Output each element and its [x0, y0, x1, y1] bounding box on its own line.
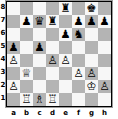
square-g8[interactable]: ♚ — [85, 2, 98, 15]
square-g4[interactable] — [85, 54, 98, 67]
square-f2[interactable] — [72, 80, 85, 93]
file-label-g: g — [85, 109, 98, 117]
square-b3[interactable]: ♕ — [20, 67, 33, 80]
black-pawn-icon[interactable]: ♟ — [73, 15, 83, 28]
black-pawn-icon[interactable]: ♟ — [86, 15, 96, 28]
white-pawn-icon[interactable]: ♙ — [8, 54, 18, 67]
square-c7[interactable]: ♛ — [33, 15, 46, 28]
square-c3[interactable] — [33, 67, 46, 80]
square-h7[interactable]: ♟ — [98, 15, 111, 28]
square-a3[interactable] — [7, 67, 20, 80]
square-f7[interactable]: ♟ — [72, 15, 85, 28]
white-queen-icon[interactable]: ♕ — [21, 67, 31, 80]
square-a1[interactable] — [7, 93, 20, 106]
square-d3[interactable] — [46, 67, 59, 80]
square-h5[interactable] — [98, 41, 111, 54]
file-label-f: f — [72, 109, 85, 117]
square-f4[interactable] — [72, 54, 85, 67]
square-g1[interactable] — [85, 93, 98, 106]
file-label-h: h — [98, 109, 111, 117]
square-e5[interactable] — [59, 41, 72, 54]
square-f8[interactable] — [72, 2, 85, 15]
square-e4[interactable]: ♙ — [59, 54, 72, 67]
square-d7[interactable]: ♜ — [46, 15, 59, 28]
square-c8[interactable] — [33, 2, 46, 15]
square-h2[interactable]: ♙ — [98, 80, 111, 93]
square-f5[interactable] — [72, 41, 85, 54]
file-label-b: b — [20, 109, 33, 117]
square-e3[interactable] — [59, 67, 72, 80]
black-rook-icon[interactable]: ♜ — [47, 15, 57, 28]
file-label-c: c — [33, 109, 46, 117]
square-c6[interactable] — [33, 28, 46, 41]
square-a4[interactable]: ♙ — [7, 54, 20, 67]
square-h6[interactable] — [98, 28, 111, 41]
black-king-icon[interactable]: ♚ — [86, 2, 96, 15]
file-label-e: e — [59, 109, 72, 117]
square-d1[interactable]: ♖ — [46, 93, 59, 106]
square-c2[interactable] — [33, 80, 46, 93]
black-pawn-icon[interactable]: ♟ — [99, 15, 109, 28]
square-g5[interactable] — [85, 41, 98, 54]
square-d6[interactable] — [46, 28, 59, 41]
white-pawn-icon[interactable]: ♙ — [60, 54, 70, 67]
white-pawn-icon[interactable]: ♙ — [73, 67, 83, 80]
square-a8[interactable] — [7, 2, 20, 15]
square-b4[interactable] — [20, 54, 33, 67]
square-a2[interactable]: ♙ — [7, 80, 20, 93]
chess-board: ♜♚♟♛♜♟♟♟♟♞♟♟♙♙♙♕♙♙♙♔♙♖♗♖ — [6, 1, 112, 107]
black-pawn-icon[interactable]: ♟ — [34, 41, 44, 54]
square-f6[interactable]: ♞ — [72, 28, 85, 41]
square-e2[interactable] — [59, 80, 72, 93]
square-b8[interactable] — [20, 2, 33, 15]
white-rook-icon[interactable]: ♖ — [47, 93, 57, 106]
white-bishop-icon[interactable]: ♗ — [34, 93, 44, 106]
square-b6[interactable] — [20, 28, 33, 41]
square-f1[interactable] — [72, 93, 85, 106]
black-knight-icon[interactable]: ♞ — [73, 28, 83, 41]
square-e7[interactable] — [59, 15, 72, 28]
chess-diagram: 87654321 ♜♚♟♛♜♟♟♟♟♞♟♟♙♙♙♕♙♙♙♔♙♖♗♖ abcdef… — [0, 0, 118, 117]
square-a7[interactable] — [7, 15, 20, 28]
square-b1[interactable]: ♖ — [20, 93, 33, 106]
square-e8[interactable]: ♜ — [59, 2, 72, 15]
square-c5[interactable]: ♟ — [33, 41, 46, 54]
white-rook-icon[interactable]: ♖ — [21, 93, 31, 106]
square-a5[interactable]: ♟ — [7, 41, 20, 54]
white-pawn-icon[interactable]: ♙ — [86, 67, 96, 80]
square-h8[interactable] — [98, 2, 111, 15]
square-c1[interactable]: ♗ — [33, 93, 46, 106]
square-a6[interactable] — [7, 28, 20, 41]
file-labels: abcdefgh — [7, 109, 118, 117]
white-pawn-icon[interactable]: ♙ — [8, 80, 18, 93]
square-d4[interactable]: ♙ — [46, 54, 59, 67]
white-pawn-icon[interactable]: ♙ — [47, 54, 57, 67]
square-d2[interactable] — [46, 80, 59, 93]
square-d8[interactable] — [46, 2, 59, 15]
square-g6[interactable] — [85, 28, 98, 41]
black-queen-icon[interactable]: ♛ — [34, 15, 44, 28]
white-king-icon[interactable]: ♔ — [86, 80, 96, 93]
black-rook-icon[interactable]: ♜ — [60, 2, 70, 15]
square-b5[interactable] — [20, 41, 33, 54]
black-pawn-icon[interactable]: ♟ — [21, 15, 31, 28]
square-f3[interactable]: ♙ — [72, 67, 85, 80]
black-pawn-icon[interactable]: ♟ — [60, 28, 70, 41]
square-h3[interactable] — [98, 67, 111, 80]
square-d5[interactable] — [46, 41, 59, 54]
square-h4[interactable] — [98, 54, 111, 67]
file-label-a: a — [7, 109, 20, 117]
white-pawn-icon[interactable]: ♙ — [99, 80, 109, 93]
square-c4[interactable] — [33, 54, 46, 67]
square-e6[interactable]: ♟ — [59, 28, 72, 41]
square-g3[interactable]: ♙ — [85, 67, 98, 80]
square-e1[interactable] — [59, 93, 72, 106]
square-g7[interactable]: ♟ — [85, 15, 98, 28]
black-pawn-icon[interactable]: ♟ — [8, 41, 18, 54]
square-h1[interactable] — [98, 93, 111, 106]
square-b2[interactable] — [20, 80, 33, 93]
file-label-d: d — [46, 109, 59, 117]
square-g2[interactable]: ♔ — [85, 80, 98, 93]
square-b7[interactable]: ♟ — [20, 15, 33, 28]
